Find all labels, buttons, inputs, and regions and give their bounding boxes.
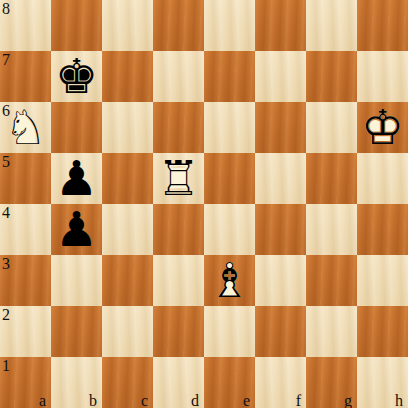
square-b6[interactable] [51,102,102,153]
chess-board: 87♚6♞♘♚♔5♟♜♖4♟3♝♗21abcdefgh [0,0,408,408]
square-e8[interactable] [204,0,255,51]
file-label-b: b [89,392,97,408]
square-g5[interactable] [306,153,357,204]
rank-label-8: 8 [2,0,10,18]
square-g8[interactable] [306,0,357,51]
square-f5[interactable] [255,153,306,204]
square-b4[interactable]: ♟ [51,204,102,255]
file-label-d: d [191,392,199,408]
square-e6[interactable] [204,102,255,153]
square-g3[interactable] [306,255,357,306]
square-g2[interactable] [306,306,357,357]
black-pawn-icon: ♟ [55,204,98,255]
white-rook-icon: ♖ [157,153,200,204]
square-c5[interactable] [102,153,153,204]
square-b1[interactable]: b [51,357,102,408]
square-c7[interactable] [102,51,153,102]
square-h6[interactable]: ♚♔ [357,102,408,153]
square-f4[interactable] [255,204,306,255]
square-e5[interactable] [204,153,255,204]
square-d3[interactable] [153,255,204,306]
square-a7[interactable]: 7 [0,51,51,102]
rank-label-5: 5 [2,153,10,171]
square-g4[interactable] [306,204,357,255]
square-a8[interactable]: 8 [0,0,51,51]
square-d4[interactable] [153,204,204,255]
square-e1[interactable]: e [204,357,255,408]
square-h2[interactable] [357,306,408,357]
white-king-icon: ♔ [361,102,404,153]
piece-white-rook[interactable]: ♜♖ [153,153,204,204]
file-label-h: h [395,392,403,408]
square-d2[interactable] [153,306,204,357]
square-g1[interactable]: g [306,357,357,408]
square-h5[interactable] [357,153,408,204]
black-pawn-icon: ♟ [55,153,98,204]
square-e7[interactable] [204,51,255,102]
square-f3[interactable] [255,255,306,306]
square-d6[interactable] [153,102,204,153]
square-c1[interactable]: c [102,357,153,408]
square-a2[interactable]: 2 [0,306,51,357]
square-h3[interactable] [357,255,408,306]
file-label-e: e [243,392,250,408]
square-c3[interactable] [102,255,153,306]
piece-white-bishop[interactable]: ♝♗ [204,255,255,306]
square-h1[interactable]: h [357,357,408,408]
square-b7[interactable]: ♚ [51,51,102,102]
file-label-f: f [296,392,301,408]
square-h8[interactable] [357,0,408,51]
square-c6[interactable] [102,102,153,153]
square-e3[interactable]: ♝♗ [204,255,255,306]
square-f1[interactable]: f [255,357,306,408]
piece-white-king[interactable]: ♚♔ [357,102,408,153]
square-a5[interactable]: 5 [0,153,51,204]
square-d1[interactable]: d [153,357,204,408]
rank-label-4: 4 [2,204,10,222]
square-a1[interactable]: 1a [0,357,51,408]
file-label-g: g [344,392,352,408]
square-b2[interactable] [51,306,102,357]
rank-label-2: 2 [2,306,10,324]
rank-label-6: 6 [2,102,10,120]
square-b5[interactable]: ♟ [51,153,102,204]
square-h4[interactable] [357,204,408,255]
piece-black-pawn[interactable]: ♟ [51,153,102,204]
piece-black-king[interactable]: ♚ [51,51,102,102]
square-d8[interactable] [153,0,204,51]
white-bishop-icon: ♗ [208,255,251,306]
square-a3[interactable]: 3 [0,255,51,306]
square-h7[interactable] [357,51,408,102]
square-f6[interactable] [255,102,306,153]
square-g6[interactable] [306,102,357,153]
square-a6[interactable]: 6♞♘ [0,102,51,153]
square-f7[interactable] [255,51,306,102]
square-a4[interactable]: 4 [0,204,51,255]
file-label-a: a [39,392,46,408]
square-f8[interactable] [255,0,306,51]
square-c2[interactable] [102,306,153,357]
file-label-c: c [141,392,148,408]
rank-label-3: 3 [2,255,10,273]
square-d7[interactable] [153,51,204,102]
black-king-icon: ♚ [55,51,98,102]
white-knight-icon: ♘ [4,102,47,153]
square-f2[interactable] [255,306,306,357]
square-b3[interactable] [51,255,102,306]
square-d5[interactable]: ♜♖ [153,153,204,204]
square-g7[interactable] [306,51,357,102]
square-c4[interactable] [102,204,153,255]
rank-label-7: 7 [2,51,10,69]
square-e2[interactable] [204,306,255,357]
piece-black-pawn[interactable]: ♟ [51,204,102,255]
rank-label-1: 1 [2,357,10,375]
square-b8[interactable] [51,0,102,51]
square-c8[interactable] [102,0,153,51]
square-e4[interactable] [204,204,255,255]
